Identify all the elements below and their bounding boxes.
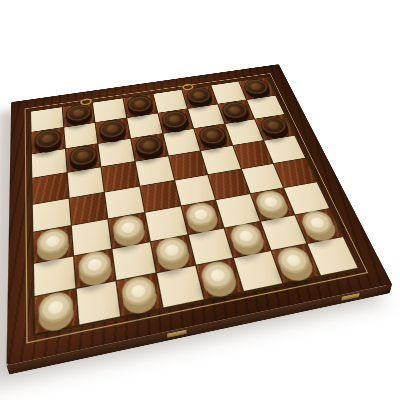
checker-piece-dark[interactable] xyxy=(126,96,154,115)
checker-piece-dark[interactable] xyxy=(134,136,164,158)
square-c2[interactable] xyxy=(113,242,156,280)
board-grid xyxy=(29,76,360,336)
square-f1[interactable] xyxy=(234,252,282,291)
page-background: { "game": "checkers", "board_size": "8x8… xyxy=(0,0,400,400)
checker-piece-dark[interactable] xyxy=(185,88,214,107)
checker-piece-dark[interactable] xyxy=(69,146,98,169)
checker-piece-dark[interactable] xyxy=(161,111,191,131)
square-a1[interactable] xyxy=(35,290,78,334)
square-b1[interactable] xyxy=(76,282,120,325)
checkers-board xyxy=(6,64,391,365)
brass-hinge xyxy=(341,293,359,301)
square-c1[interactable] xyxy=(117,274,162,316)
square-a2[interactable] xyxy=(34,256,75,296)
square-d1[interactable] xyxy=(157,266,203,307)
brass-hinge xyxy=(167,330,187,338)
board-scene xyxy=(14,20,334,340)
checker-piece-dark[interactable] xyxy=(99,120,128,141)
